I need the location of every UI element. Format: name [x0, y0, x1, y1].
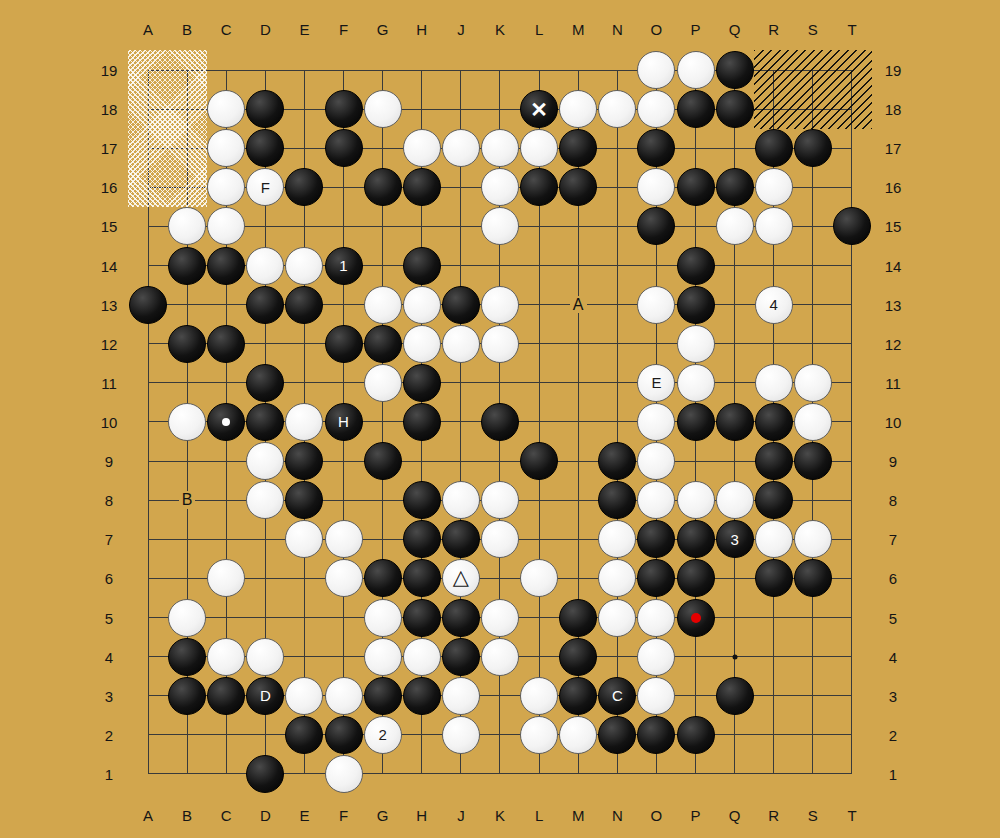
white-stone-G2[interactable]: 2: [364, 716, 402, 754]
white-stone-P8[interactable]: [677, 481, 715, 519]
white-stone-O18[interactable]: [637, 90, 675, 128]
column-label-top: B: [182, 21, 192, 38]
black-stone-H7[interactable]: [403, 520, 441, 558]
black-stone-D11[interactable]: [246, 364, 284, 402]
row-label-right: 7: [889, 531, 897, 548]
white-stone-C15[interactable]: [207, 207, 245, 245]
black-stone-H10[interactable]: [403, 403, 441, 441]
white-stone-D8[interactable]: [246, 481, 284, 519]
black-stone-P16[interactable]: [677, 168, 715, 206]
row-label-left: 16: [101, 179, 118, 196]
column-label-top: F: [339, 21, 348, 38]
white-stone-G11[interactable]: [364, 364, 402, 402]
column-label-bottom: N: [612, 807, 623, 824]
column-label-top: R: [768, 21, 779, 38]
white-stone-O4[interactable]: [637, 638, 675, 676]
stone-label: 1: [339, 258, 347, 273]
white-stone-E7[interactable]: [285, 520, 323, 558]
white-stone-G18[interactable]: [364, 90, 402, 128]
white-stone-K5[interactable]: [481, 599, 519, 637]
stone-label: D: [260, 688, 271, 703]
white-stone-N6[interactable]: [598, 559, 636, 597]
white-stone-H4[interactable]: [403, 638, 441, 676]
black-stone-D17[interactable]: [246, 129, 284, 167]
white-stone-F7[interactable]: [325, 520, 363, 558]
white-stone-O9[interactable]: [637, 442, 675, 480]
column-label-top: C: [221, 21, 232, 38]
black-stone-G12[interactable]: [364, 325, 402, 363]
white-stone-J8[interactable]: [442, 481, 480, 519]
column-label-top: S: [808, 21, 818, 38]
column-label-bottom: L: [535, 807, 543, 824]
white-stone-H17[interactable]: [403, 129, 441, 167]
go-board[interactable]: ✕F1A4EHB3△DC2: [128, 50, 871, 793]
black-stone-H6[interactable]: [403, 559, 441, 597]
white-stone-D9[interactable]: [246, 442, 284, 480]
black-stone-T15[interactable]: [833, 207, 871, 245]
white-stone-F1[interactable]: [325, 755, 363, 793]
row-label-right: 13: [885, 296, 902, 313]
black-stone-R8[interactable]: [755, 481, 793, 519]
black-stone-B4[interactable]: [168, 638, 206, 676]
black-stone-M3[interactable]: [559, 677, 597, 715]
white-stone-N7[interactable]: [598, 520, 636, 558]
black-stone-R17[interactable]: [755, 129, 793, 167]
white-stone-O5[interactable]: [637, 599, 675, 637]
black-stone-H3[interactable]: [403, 677, 441, 715]
white-stone-G5[interactable]: [364, 599, 402, 637]
black-stone-H11[interactable]: [403, 364, 441, 402]
black-stone-J4[interactable]: [442, 638, 480, 676]
white-stone-R11[interactable]: [755, 364, 793, 402]
column-label-bottom: C: [221, 807, 232, 824]
column-label-bottom: H: [416, 807, 427, 824]
column-label-top: N: [612, 21, 623, 38]
black-stone-P2[interactable]: [677, 716, 715, 754]
black-stone-P13[interactable]: [677, 286, 715, 324]
row-label-right: 5: [889, 609, 897, 626]
black-stone-Q18[interactable]: [716, 90, 754, 128]
black-stone-D3[interactable]: D: [246, 677, 284, 715]
column-label-top: D: [260, 21, 271, 38]
black-stone-O15[interactable]: [637, 207, 675, 245]
white-stone-C17[interactable]: [207, 129, 245, 167]
white-stone-K8[interactable]: [481, 481, 519, 519]
black-stone-P14[interactable]: [677, 247, 715, 285]
row-label-right: 14: [885, 257, 902, 274]
black-stone-P18[interactable]: [677, 90, 715, 128]
column-label-top: A: [143, 21, 153, 38]
row-label-right: 16: [885, 179, 902, 196]
black-stone-P5[interactable]: [677, 599, 715, 637]
column-label-bottom: G: [377, 807, 389, 824]
black-stone-H16[interactable]: [403, 168, 441, 206]
black-stone-E2[interactable]: [285, 716, 323, 754]
black-stone-B12[interactable]: [168, 325, 206, 363]
white-stone-L3[interactable]: [520, 677, 558, 715]
black-stone-S6[interactable]: [794, 559, 832, 597]
white-stone-K17[interactable]: [481, 129, 519, 167]
row-label-right: 12: [885, 335, 902, 352]
white-stone-F6[interactable]: [325, 559, 363, 597]
white-stone-O10[interactable]: [637, 403, 675, 441]
column-label-bottom: R: [768, 807, 779, 824]
white-stone-H12[interactable]: [403, 325, 441, 363]
black-stone-M16[interactable]: [559, 168, 597, 206]
black-stone-J13[interactable]: [442, 286, 480, 324]
white-stone-C16[interactable]: [207, 168, 245, 206]
column-label-top: L: [535, 21, 543, 38]
black-stone-N2[interactable]: [598, 716, 636, 754]
row-label-right: 17: [885, 140, 902, 157]
black-stone-S9[interactable]: [794, 442, 832, 480]
stone-label: C: [612, 688, 623, 703]
black-stone-M5[interactable]: [559, 599, 597, 637]
black-stone-H14[interactable]: [403, 247, 441, 285]
black-stone-Q7[interactable]: 3: [716, 520, 754, 558]
row-label-right: 18: [885, 101, 902, 118]
white-stone-D14[interactable]: [246, 247, 284, 285]
column-label-top: E: [299, 21, 309, 38]
white-stone-B10[interactable]: [168, 403, 206, 441]
stone-label: 2: [378, 727, 386, 742]
black-stone-R9[interactable]: [755, 442, 793, 480]
column-label-bottom: T: [847, 807, 856, 824]
row-label-right: 3: [889, 687, 897, 704]
black-stone-M17[interactable]: [559, 129, 597, 167]
row-label-left: 1: [105, 765, 113, 782]
black-stone-G3[interactable]: [364, 677, 402, 715]
white-stone-H13[interactable]: [403, 286, 441, 324]
black-stone-F18[interactable]: [325, 90, 363, 128]
white-stone-E10[interactable]: [285, 403, 323, 441]
white-stone-E14[interactable]: [285, 247, 323, 285]
white-stone-M18[interactable]: [559, 90, 597, 128]
black-stone-D13[interactable]: [246, 286, 284, 324]
white-stone-J17[interactable]: [442, 129, 480, 167]
black-stone-E13[interactable]: [285, 286, 323, 324]
red-dot-marker: [691, 613, 701, 623]
white-stone-N18[interactable]: [598, 90, 636, 128]
white-stone-O3[interactable]: [637, 677, 675, 715]
black-stone-O6[interactable]: [637, 559, 675, 597]
white-stone-F3[interactable]: [325, 677, 363, 715]
black-stone-O2[interactable]: [637, 716, 675, 754]
black-stone-G16[interactable]: [364, 168, 402, 206]
white-stone-P12[interactable]: [677, 325, 715, 363]
black-stone-D1[interactable]: [246, 755, 284, 793]
row-label-left: 3: [105, 687, 113, 704]
black-stone-M4[interactable]: [559, 638, 597, 676]
stone-label: 4: [770, 297, 778, 312]
black-stone-K10[interactable]: [481, 403, 519, 441]
column-label-bottom: J: [457, 807, 465, 824]
row-label-right: 1: [889, 765, 897, 782]
white-stone-K13[interactable]: [481, 286, 519, 324]
row-label-left: 6: [105, 570, 113, 587]
white-stone-P11[interactable]: [677, 364, 715, 402]
black-stone-N8[interactable]: [598, 481, 636, 519]
row-label-left: 4: [105, 648, 113, 665]
row-label-left: 15: [101, 218, 118, 235]
black-stone-C12[interactable]: [207, 325, 245, 363]
white-stone-J12[interactable]: [442, 325, 480, 363]
column-label-bottom: D: [260, 807, 271, 824]
white-stone-B5[interactable]: [168, 599, 206, 637]
go-board-screen: ✕F1A4EHB3△DC2 AABBCCDDEEFFGGHHJJKKLLMMNN…: [0, 0, 1000, 838]
white-stone-O19[interactable]: [637, 51, 675, 89]
white-stone-D16[interactable]: F: [246, 168, 284, 206]
white-stone-R16[interactable]: [755, 168, 793, 206]
black-stone-F17[interactable]: [325, 129, 363, 167]
white-dot-marker: [222, 418, 230, 426]
white-stone-O16[interactable]: [637, 168, 675, 206]
board-point-B8[interactable]: B: [168, 481, 207, 520]
black-stone-F14[interactable]: 1: [325, 247, 363, 285]
black-stone-G6[interactable]: [364, 559, 402, 597]
white-stone-M2[interactable]: [559, 716, 597, 754]
white-stone-J6[interactable]: △: [442, 559, 480, 597]
white-stone-B15[interactable]: [168, 207, 206, 245]
row-label-right: 10: [885, 413, 902, 430]
white-stone-J3[interactable]: [442, 677, 480, 715]
column-label-bottom: Q: [729, 807, 741, 824]
row-label-right: 8: [889, 492, 897, 509]
column-label-bottom: P: [691, 807, 701, 824]
white-stone-C18[interactable]: [207, 90, 245, 128]
black-stone-B14[interactable]: [168, 247, 206, 285]
row-label-left: 10: [101, 413, 118, 430]
black-stone-D18[interactable]: [246, 90, 284, 128]
column-label-bottom: A: [143, 807, 153, 824]
black-stone-J7[interactable]: [442, 520, 480, 558]
white-stone-J2[interactable]: [442, 716, 480, 754]
white-stone-L17[interactable]: [520, 129, 558, 167]
white-stone-R13[interactable]: 4: [755, 286, 793, 324]
white-stone-P19[interactable]: [677, 51, 715, 89]
white-stone-O13[interactable]: [637, 286, 675, 324]
row-label-left: 11: [101, 374, 117, 391]
stone-label: E: [651, 375, 661, 390]
black-stone-C3[interactable]: [207, 677, 245, 715]
row-label-left: 2: [105, 726, 113, 743]
row-label-left: 12: [101, 335, 118, 352]
black-stone-E9[interactable]: [285, 442, 323, 480]
board-point-M13[interactable]: A: [559, 285, 598, 324]
row-label-left: 14: [101, 257, 118, 274]
black-stone-R6[interactable]: [755, 559, 793, 597]
white-stone-R7[interactable]: [755, 520, 793, 558]
column-label-bottom: F: [339, 807, 348, 824]
white-stone-C6[interactable]: [207, 559, 245, 597]
black-stone-O7[interactable]: [637, 520, 675, 558]
black-stone-C10[interactable]: [207, 403, 245, 441]
row-label-right: 2: [889, 726, 897, 743]
black-stone-L18[interactable]: ✕: [520, 90, 558, 128]
column-label-bottom: M: [572, 807, 585, 824]
column-label-bottom: K: [495, 807, 505, 824]
column-label-bottom: O: [651, 807, 663, 824]
black-stone-N3[interactable]: C: [598, 677, 636, 715]
white-stone-L2[interactable]: [520, 716, 558, 754]
white-stone-K7[interactable]: [481, 520, 519, 558]
black-stone-L9[interactable]: [520, 442, 558, 480]
row-label-left: 19: [101, 62, 118, 79]
column-label-bottom: S: [808, 807, 818, 824]
black-stone-E8[interactable]: [285, 481, 323, 519]
row-label-left: 9: [105, 453, 113, 470]
black-stone-L16[interactable]: [520, 168, 558, 206]
board-letter-label: A: [570, 296, 587, 314]
white-stone-O11[interactable]: E: [637, 364, 675, 402]
row-label-right: 4: [889, 648, 897, 665]
row-label-right: 15: [885, 218, 902, 235]
column-label-top: P: [691, 21, 701, 38]
white-stone-K15[interactable]: [481, 207, 519, 245]
column-label-top: O: [651, 21, 663, 38]
black-stone-Q19[interactable]: [716, 51, 754, 89]
black-stone-R10[interactable]: [755, 403, 793, 441]
white-stone-G4[interactable]: [364, 638, 402, 676]
black-stone-P6[interactable]: [677, 559, 715, 597]
black-stone-H5[interactable]: [403, 599, 441, 637]
black-stone-Q3[interactable]: [716, 677, 754, 715]
white-stone-K12[interactable]: [481, 325, 519, 363]
white-stone-D4[interactable]: [246, 638, 284, 676]
column-label-bottom: B: [182, 807, 192, 824]
black-stone-E16[interactable]: [285, 168, 323, 206]
white-stone-C4[interactable]: [207, 638, 245, 676]
black-stone-D10[interactable]: [246, 403, 284, 441]
column-label-top: K: [495, 21, 505, 38]
column-label-bottom: E: [299, 807, 309, 824]
row-label-right: 6: [889, 570, 897, 587]
row-label-left: 7: [105, 531, 113, 548]
white-stone-R15[interactable]: [755, 207, 793, 245]
white-stone-L6[interactable]: [520, 559, 558, 597]
black-stone-A13[interactable]: [129, 286, 167, 324]
black-stone-F10[interactable]: H: [325, 403, 363, 441]
black-stone-N9[interactable]: [598, 442, 636, 480]
row-label-left: 17: [101, 140, 118, 157]
row-label-right: 11: [885, 374, 901, 391]
row-label-right: 9: [889, 453, 897, 470]
column-label-top: H: [416, 21, 427, 38]
black-stone-G9[interactable]: [364, 442, 402, 480]
black-stone-H8[interactable]: [403, 481, 441, 519]
column-label-top: M: [572, 21, 585, 38]
white-stone-S11[interactable]: [794, 364, 832, 402]
board-letter-label: B: [179, 491, 196, 509]
column-label-top: G: [377, 21, 389, 38]
white-stone-E3[interactable]: [285, 677, 323, 715]
black-stone-Q16[interactable]: [716, 168, 754, 206]
black-stone-B3[interactable]: [168, 677, 206, 715]
black-stone-S17[interactable]: [794, 129, 832, 167]
stone-label: F: [261, 180, 270, 195]
white-stone-O8[interactable]: [637, 481, 675, 519]
cross-marker: ✕: [530, 99, 548, 120]
black-stone-P10[interactable]: [677, 403, 715, 441]
column-label-top: Q: [729, 21, 741, 38]
stone-label: 3: [730, 532, 738, 547]
white-stone-Q8[interactable]: [716, 481, 754, 519]
black-stone-P7[interactable]: [677, 520, 715, 558]
white-stone-S7[interactable]: [794, 520, 832, 558]
white-stone-N5[interactable]: [598, 599, 636, 637]
stone-label: H: [338, 414, 349, 429]
row-label-right: 19: [885, 62, 902, 79]
black-stone-O17[interactable]: [637, 129, 675, 167]
triangle-marker: △: [453, 566, 469, 587]
white-stone-K4[interactable]: [481, 638, 519, 676]
column-label-top: J: [457, 21, 465, 38]
black-stone-C14[interactable]: [207, 247, 245, 285]
black-stone-F2[interactable]: [325, 716, 363, 754]
column-label-top: T: [847, 21, 856, 38]
white-stone-Q15[interactable]: [716, 207, 754, 245]
row-label-left: 18: [101, 101, 118, 118]
row-label-left: 5: [105, 609, 113, 626]
black-stone-F12[interactable]: [325, 325, 363, 363]
black-stone-Q10[interactable]: [716, 403, 754, 441]
white-stone-S10[interactable]: [794, 403, 832, 441]
black-stone-J5[interactable]: [442, 599, 480, 637]
row-label-left: 13: [101, 296, 118, 313]
row-label-left: 8: [105, 492, 113, 509]
white-stone-K16[interactable]: [481, 168, 519, 206]
white-stone-G13[interactable]: [364, 286, 402, 324]
